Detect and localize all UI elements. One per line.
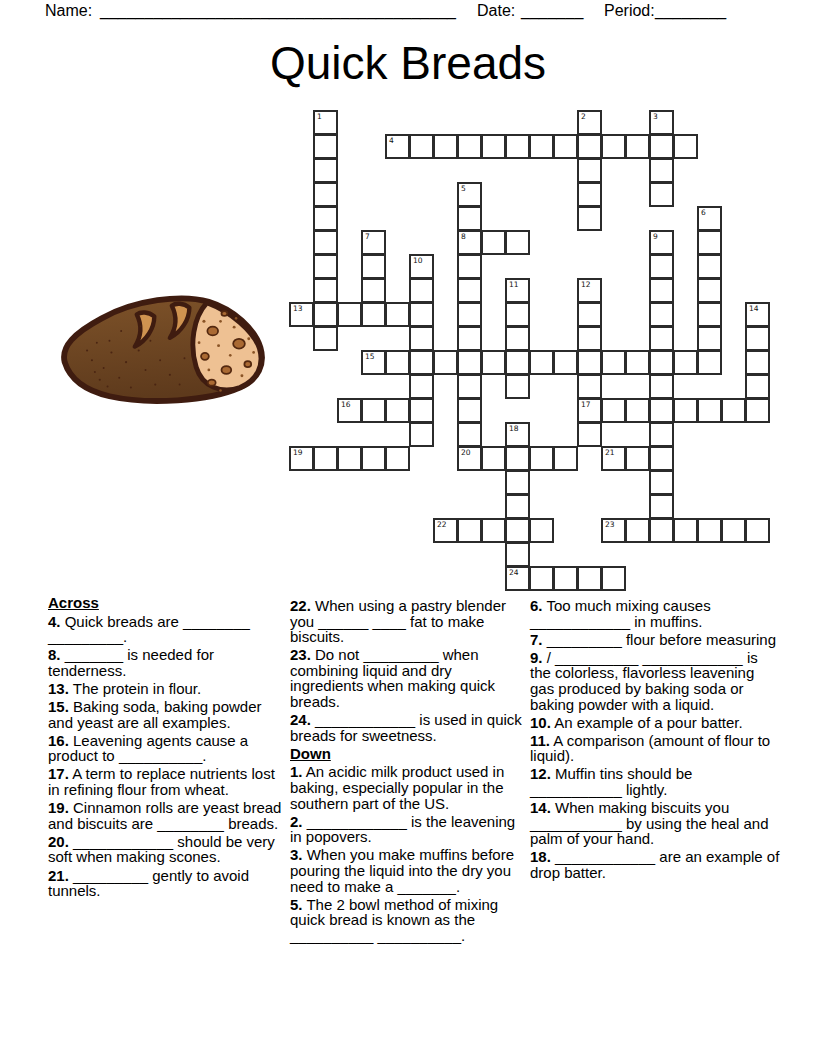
clue-number: 18. bbox=[530, 848, 551, 865]
grid-cell-r5-c17[interactable] bbox=[697, 230, 722, 255]
grid-cell-r12-c4[interactable] bbox=[385, 398, 410, 423]
grid-cell-r17-c14[interactable] bbox=[625, 518, 650, 543]
grid-cell-r19-c13[interactable] bbox=[601, 566, 626, 591]
grid-cell-r14-c14[interactable] bbox=[625, 446, 650, 471]
bread-loaf-illustration bbox=[53, 292, 277, 409]
cell-number-4: 4 bbox=[389, 136, 394, 145]
clue-number: 9. bbox=[530, 649, 543, 666]
clue-11: 11. A comparison (amount of flour to liq… bbox=[530, 733, 780, 764]
grid-cell-r1-c4[interactable]: 4 bbox=[385, 134, 410, 159]
cell-number-11: 11 bbox=[509, 280, 519, 289]
grid-cell-r1-c13[interactable] bbox=[601, 134, 626, 159]
clue-6: 6. Too much mixing causes ____________ i… bbox=[530, 598, 780, 629]
clue-number: 1. bbox=[290, 763, 303, 780]
clue-number: 5. bbox=[290, 896, 303, 913]
across-heading: Across bbox=[48, 595, 283, 611]
cell-number-5: 5 bbox=[461, 184, 466, 193]
grid-cell-r8-c3[interactable] bbox=[361, 302, 386, 327]
grid-cell-r4-c12[interactable] bbox=[577, 206, 602, 231]
grid-cell-r8-c15[interactable] bbox=[649, 302, 674, 327]
cell-number-20: 20 bbox=[461, 448, 471, 457]
grid-cell-r14-c8[interactable] bbox=[481, 446, 506, 471]
grid-cell-r8-c1[interactable] bbox=[313, 302, 338, 327]
grid-cell-r12-c2[interactable]: 16 bbox=[337, 398, 362, 423]
clue-number: 3. bbox=[290, 846, 303, 863]
clue-number: 8. bbox=[48, 646, 61, 663]
grid-cell-r1-c14[interactable] bbox=[625, 134, 650, 159]
cell-number-16: 16 bbox=[341, 400, 351, 409]
grid-cell-r14-c10[interactable] bbox=[529, 446, 554, 471]
period-label: Period: bbox=[604, 2, 655, 20]
grid-cell-r17-c7[interactable] bbox=[457, 518, 482, 543]
clue-number: 24. bbox=[290, 711, 311, 728]
grid-cell-r17-c13[interactable]: 23 bbox=[601, 518, 626, 543]
clue-number: 7. bbox=[530, 631, 543, 648]
clue-9: 9. / __________ ____________ is the colo… bbox=[530, 650, 780, 712]
grid-cell-r11-c7[interactable] bbox=[457, 374, 482, 399]
grid-cell-r17-c15[interactable] bbox=[649, 518, 674, 543]
grid-cell-r10-c15[interactable] bbox=[649, 350, 674, 375]
grid-cell-r12-c3[interactable] bbox=[361, 398, 386, 423]
grid-cell-r1-c9[interactable] bbox=[505, 134, 530, 159]
grid-cell-r8-c9[interactable] bbox=[505, 302, 530, 327]
clue-5: 5. The 2 bowl method of mixing quick bre… bbox=[290, 897, 523, 944]
grid-cell-r10-c7[interactable] bbox=[457, 350, 482, 375]
clue-23: 23. Do not _________ when combining liqu… bbox=[290, 647, 523, 709]
clue-number: 20. bbox=[48, 833, 69, 850]
clue-number: 11. bbox=[530, 732, 550, 749]
grid-cell-r12-c19[interactable] bbox=[745, 398, 770, 423]
grid-cell-r10-c17[interactable] bbox=[697, 350, 722, 375]
cell-number-3: 3 bbox=[653, 112, 658, 121]
clue-17: 17. A term to replace nutrients lost in … bbox=[48, 766, 283, 797]
grid-cell-r9-c7[interactable] bbox=[457, 326, 482, 351]
clue-column-right: 6. Too much mixing causes ____________ i… bbox=[530, 598, 780, 883]
grid-cell-r8-c2[interactable] bbox=[337, 302, 362, 327]
clue-number: 6. bbox=[530, 597, 543, 614]
grid-cell-r12-c13[interactable] bbox=[601, 398, 626, 423]
cell-number-17: 17 bbox=[581, 400, 591, 409]
clue-number: 10. bbox=[530, 714, 551, 731]
clue-16: 16. Leavening agents cause a product to … bbox=[48, 733, 283, 764]
grid-cell-r11-c12[interactable] bbox=[577, 374, 602, 399]
clue-4: 4. Quick breads are ________ _________. bbox=[48, 614, 283, 645]
grid-cell-r12-c18[interactable] bbox=[721, 398, 746, 423]
grid-cell-r19-c10[interactable] bbox=[529, 566, 554, 591]
grid-cell-r9-c9[interactable] bbox=[505, 326, 530, 351]
cell-number-12: 12 bbox=[581, 280, 591, 289]
grid-cell-r13-c15[interactable] bbox=[649, 422, 674, 447]
clue-number: 12. bbox=[530, 765, 551, 782]
grid-cell-r14-c7[interactable]: 20 bbox=[457, 446, 482, 471]
grid-cell-r10-c12[interactable] bbox=[577, 350, 602, 375]
clue-22: 22. When using a pastry blender you ____… bbox=[290, 598, 523, 645]
grid-cell-r9-c1[interactable] bbox=[313, 326, 338, 351]
grid-cell-r5-c3[interactable]: 7 bbox=[361, 230, 386, 255]
grid-cell-r19-c9[interactable]: 24 bbox=[505, 566, 530, 591]
grid-cell-r10-c3[interactable]: 15 bbox=[361, 350, 386, 375]
clue-number: 19. bbox=[48, 799, 69, 816]
grid-cell-r12-c7[interactable] bbox=[457, 398, 482, 423]
grid-cell-r3-c1[interactable] bbox=[313, 182, 338, 207]
grid-cell-r7-c3[interactable] bbox=[361, 278, 386, 303]
grid-cell-r1-c10[interactable] bbox=[529, 134, 554, 159]
clue-14: 14. When making biscuits you ___________… bbox=[530, 800, 780, 847]
date-label: Date: bbox=[477, 2, 515, 20]
cell-number-21: 21 bbox=[605, 448, 615, 457]
grid-cell-r14-c0[interactable]: 19 bbox=[289, 446, 314, 471]
grid-cell-r6-c15[interactable] bbox=[649, 254, 674, 279]
clue-1: 1. An acidic milk product used in baking… bbox=[290, 764, 523, 811]
grid-cell-r17-c16[interactable] bbox=[673, 518, 698, 543]
grid-cell-r16-c9[interactable] bbox=[505, 494, 530, 519]
grid-cell-r19-c12[interactable] bbox=[577, 566, 602, 591]
grid-cell-r12-c14[interactable] bbox=[625, 398, 650, 423]
clue-20: 20. ____________ should be very soft whe… bbox=[48, 834, 283, 865]
grid-cell-r14-c4[interactable] bbox=[385, 446, 410, 471]
grid-cell-r6-c7[interactable] bbox=[457, 254, 482, 279]
grid-cell-r11-c15[interactable] bbox=[649, 374, 674, 399]
grid-cell-r11-c9[interactable] bbox=[505, 374, 530, 399]
grid-cell-r12-c15[interactable] bbox=[649, 398, 674, 423]
clue-number: 21. bbox=[48, 867, 69, 884]
grid-cell-r5-c9[interactable] bbox=[505, 230, 530, 255]
grid-cell-r16-c15[interactable] bbox=[649, 494, 674, 519]
grid-cell-r10-c5[interactable] bbox=[409, 350, 434, 375]
grid-cell-r0-c1[interactable]: 1 bbox=[313, 110, 338, 135]
grid-cell-r7-c12[interactable]: 12 bbox=[577, 278, 602, 303]
clue-7: 7. _________ flour before measuring bbox=[530, 632, 780, 648]
grid-cell-r14-c3[interactable] bbox=[361, 446, 386, 471]
clue-column-left: Across4. Quick breads are ________ _____… bbox=[48, 595, 283, 901]
clue-19: 19. Cinnamon rolls are yeast bread and b… bbox=[48, 800, 283, 831]
date-blank[interactable]: _______ bbox=[521, 2, 583, 20]
grid-cell-r13-c9[interactable]: 18 bbox=[505, 422, 530, 447]
grid-cell-r19-c11[interactable] bbox=[553, 566, 578, 591]
clue-10: 10. An example of a pour batter. bbox=[530, 715, 780, 731]
grid-cell-r2-c12[interactable] bbox=[577, 158, 602, 183]
cell-number-15: 15 bbox=[365, 352, 375, 361]
grid-cell-r15-c15[interactable] bbox=[649, 470, 674, 495]
cell-number-13: 13 bbox=[293, 304, 303, 313]
clue-number: 2. bbox=[290, 813, 303, 830]
grid-cell-r1-c8[interactable] bbox=[481, 134, 506, 159]
grid-cell-r8-c4[interactable] bbox=[385, 302, 410, 327]
name-blank[interactable]: ________________________________________ bbox=[100, 2, 456, 20]
grid-cell-r8-c0[interactable]: 13 bbox=[289, 302, 314, 327]
grid-cell-r7-c5[interactable] bbox=[409, 278, 434, 303]
grid-cell-r7-c7[interactable] bbox=[457, 278, 482, 303]
clue-2: 2. ____________ is the leavening in popo… bbox=[290, 814, 523, 845]
grid-cell-r1-c1[interactable] bbox=[313, 134, 338, 159]
cell-number-1: 1 bbox=[317, 112, 322, 121]
cell-number-9: 9 bbox=[653, 232, 658, 241]
clue-number: 17. bbox=[48, 765, 69, 782]
grid-cell-r18-c9[interactable] bbox=[505, 542, 530, 567]
grid-cell-r17-c18[interactable] bbox=[721, 518, 746, 543]
grid-cell-r11-c19[interactable] bbox=[745, 374, 770, 399]
grid-cell-r5-c15[interactable]: 9 bbox=[649, 230, 674, 255]
grid-cell-r3-c15[interactable] bbox=[649, 182, 674, 207]
grid-cell-r3-c7[interactable]: 5 bbox=[457, 182, 482, 207]
grid-cell-r17-c8[interactable] bbox=[481, 518, 506, 543]
grid-cell-r5-c7[interactable]: 8 bbox=[457, 230, 482, 255]
grid-cell-r1-c5[interactable] bbox=[409, 134, 434, 159]
grid-cell-r10-c10[interactable] bbox=[529, 350, 554, 375]
grid-cell-r14-c1[interactable] bbox=[313, 446, 338, 471]
grid-cell-r5-c8[interactable] bbox=[481, 230, 506, 255]
grid-cell-r1-c7[interactable] bbox=[457, 134, 482, 159]
clue-13: 13. The protein in flour. bbox=[48, 681, 283, 697]
grid-cell-r17-c6[interactable]: 22 bbox=[433, 518, 458, 543]
grid-cell-r13-c7[interactable] bbox=[457, 422, 482, 447]
grid-cell-r10-c14[interactable] bbox=[625, 350, 650, 375]
clue-number: 22. bbox=[290, 597, 311, 614]
clue-24: 24. ____________ is used in quick breads… bbox=[290, 712, 523, 743]
clue-number: 16. bbox=[48, 732, 69, 749]
clue-number: 14. bbox=[530, 799, 551, 816]
grid-cell-r5-c1[interactable] bbox=[313, 230, 338, 255]
grid-cell-r8-c12[interactable] bbox=[577, 302, 602, 327]
grid-cell-r1-c15[interactable] bbox=[649, 134, 674, 159]
grid-cell-r7-c15[interactable] bbox=[649, 278, 674, 303]
grid-cell-r17-c10[interactable] bbox=[529, 518, 554, 543]
grid-cell-r2-c1[interactable] bbox=[313, 158, 338, 183]
down-heading: Down bbox=[290, 746, 523, 762]
cell-number-23: 23 bbox=[605, 520, 615, 529]
grid-cell-r7-c9[interactable]: 11 bbox=[505, 278, 530, 303]
cell-number-22: 22 bbox=[437, 520, 447, 529]
grid-cell-r6-c3[interactable] bbox=[361, 254, 386, 279]
grid-cell-r10-c8[interactable] bbox=[481, 350, 506, 375]
grid-cell-r8-c17[interactable] bbox=[697, 302, 722, 327]
crossword-grid[interactable]: 123456789101112131415161718192021222324 bbox=[289, 110, 771, 592]
grid-cell-r1-c6[interactable] bbox=[433, 134, 458, 159]
cell-number-2: 2 bbox=[581, 112, 586, 121]
cell-number-8: 8 bbox=[461, 232, 466, 241]
cell-number-10: 10 bbox=[413, 256, 423, 265]
grid-cell-r1-c11[interactable] bbox=[553, 134, 578, 159]
clue-12: 12. Muffin tins should be ___________ li… bbox=[530, 766, 780, 797]
grid-cell-r0-c12[interactable]: 2 bbox=[577, 110, 602, 135]
clue-8: 8. _______ is needed for tenderness. bbox=[48, 647, 283, 678]
cell-number-7: 7 bbox=[365, 232, 370, 241]
grid-cell-r9-c5[interactable] bbox=[409, 326, 434, 351]
grid-cell-r10-c4[interactable] bbox=[385, 350, 410, 375]
grid-cell-r12-c12[interactable]: 17 bbox=[577, 398, 602, 423]
grid-cell-r7-c1[interactable] bbox=[313, 278, 338, 303]
grid-cell-r0-c15[interactable]: 3 bbox=[649, 110, 674, 135]
clue-3: 3. When you make muffins before pouring … bbox=[290, 847, 523, 894]
grid-cell-r10-c9[interactable] bbox=[505, 350, 530, 375]
grid-cell-r9-c19[interactable] bbox=[745, 326, 770, 351]
grid-cell-r10-c11[interactable] bbox=[553, 350, 578, 375]
clue-column-middle: 22. When using a pastry blender you ____… bbox=[290, 598, 523, 946]
cell-number-19: 19 bbox=[293, 448, 303, 457]
grid-cell-r12-c5[interactable] bbox=[409, 398, 434, 423]
cell-number-6: 6 bbox=[701, 208, 706, 217]
grid-cell-r13-c12[interactable] bbox=[577, 422, 602, 447]
grid-cell-r14-c2[interactable] bbox=[337, 446, 362, 471]
grid-cell-r4-c7[interactable] bbox=[457, 206, 482, 231]
grid-cell-r3-c12[interactable] bbox=[577, 182, 602, 207]
clue-number: 23. bbox=[290, 646, 311, 663]
grid-cell-r10-c13[interactable] bbox=[601, 350, 626, 375]
grid-cell-r17-c17[interactable] bbox=[697, 518, 722, 543]
clue-18: 18. ____________ are an example of drop … bbox=[530, 849, 780, 880]
clue-number: 13. bbox=[48, 680, 69, 697]
grid-cell-r4-c1[interactable] bbox=[313, 206, 338, 231]
cell-number-18: 18 bbox=[509, 424, 519, 433]
cell-number-24: 24 bbox=[509, 568, 519, 577]
grid-cell-r2-c15[interactable] bbox=[649, 158, 674, 183]
grid-cell-r14-c9[interactable] bbox=[505, 446, 530, 471]
grid-cell-r13-c5[interactable] bbox=[409, 422, 434, 447]
grid-cell-r10-c6[interactable] bbox=[433, 350, 458, 375]
period-blank[interactable]: ________ bbox=[655, 2, 726, 20]
page-title: Quick Breads bbox=[0, 36, 816, 90]
clue-15: 15. Baking soda, baking powder and yeast… bbox=[48, 699, 283, 730]
grid-cell-r15-c9[interactable] bbox=[505, 470, 530, 495]
clue-number: 4. bbox=[48, 613, 61, 630]
clue-21: 21. _________ gently to avoid tunnels. bbox=[48, 868, 283, 899]
grid-cell-r4-c17[interactable]: 6 bbox=[697, 206, 722, 231]
grid-cell-r14-c11[interactable] bbox=[553, 446, 578, 471]
grid-cell-r1-c12[interactable] bbox=[577, 134, 602, 159]
grid-cell-r17-c9[interactable] bbox=[505, 518, 530, 543]
grid-cell-r9-c12[interactable] bbox=[577, 326, 602, 351]
grid-cell-r10-c19[interactable] bbox=[745, 350, 770, 375]
cell-number-14: 14 bbox=[749, 304, 759, 313]
grid-cell-r6-c17[interactable] bbox=[697, 254, 722, 279]
grid-cell-r8-c19[interactable]: 14 bbox=[745, 302, 770, 327]
grid-cell-r14-c15[interactable] bbox=[649, 446, 674, 471]
name-label: Name: bbox=[45, 2, 92, 20]
grid-cell-r12-c16[interactable] bbox=[673, 398, 698, 423]
grid-cell-r7-c17[interactable] bbox=[697, 278, 722, 303]
grid-cell-r11-c5[interactable] bbox=[409, 374, 434, 399]
grid-cell-r6-c5[interactable]: 10 bbox=[409, 254, 434, 279]
grid-cell-r6-c1[interactable] bbox=[313, 254, 338, 279]
grid-cell-r9-c17[interactable] bbox=[697, 326, 722, 351]
grid-cell-r10-c16[interactable] bbox=[673, 350, 698, 375]
clue-number: 15. bbox=[48, 698, 69, 715]
grid-cell-r8-c7[interactable] bbox=[457, 302, 482, 327]
grid-cell-r9-c15[interactable] bbox=[649, 326, 674, 351]
grid-cell-r8-c5[interactable] bbox=[409, 302, 434, 327]
grid-cell-r14-c13[interactable]: 21 bbox=[601, 446, 626, 471]
grid-cell-r1-c16[interactable] bbox=[673, 134, 698, 159]
grid-cell-r12-c17[interactable] bbox=[697, 398, 722, 423]
grid-cell-r17-c19[interactable] bbox=[745, 518, 770, 543]
